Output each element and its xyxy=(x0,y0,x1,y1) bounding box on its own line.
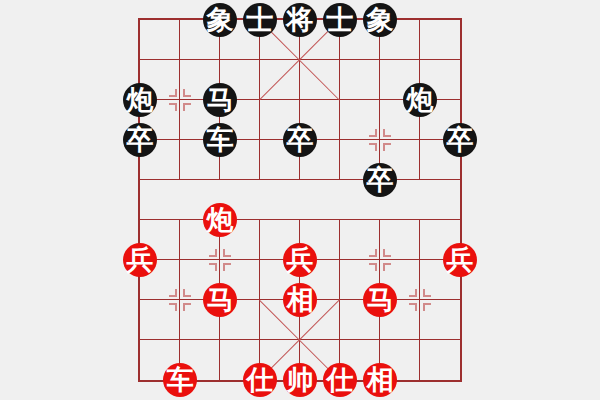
piece-black-pawn[interactable]: 卒 xyxy=(443,123,477,157)
piece-red-pawn[interactable]: 兵 xyxy=(123,243,157,277)
piece-red-chariot[interactable]: 车 xyxy=(163,363,197,397)
app-background: 象士将士象炮马炮卒车卒卒卒炮兵兵兵马相马车仕帅仕相 xyxy=(0,0,600,400)
piece-black-advisor[interactable]: 士 xyxy=(243,3,277,37)
piece-black-advisor[interactable]: 士 xyxy=(323,3,357,37)
board-cell xyxy=(340,60,380,100)
piece-red-pawn[interactable]: 兵 xyxy=(443,243,477,277)
board-cell xyxy=(340,220,380,260)
piece-black-pawn[interactable]: 卒 xyxy=(283,123,317,157)
piece-black-elephant[interactable]: 象 xyxy=(363,3,397,37)
piece-red-elephant[interactable]: 相 xyxy=(363,363,397,397)
piece-red-general[interactable]: 帅 xyxy=(283,363,317,397)
piece-black-elephant[interactable]: 象 xyxy=(203,3,237,37)
piece-black-chariot[interactable]: 车 xyxy=(203,123,237,157)
piece-red-horse[interactable]: 马 xyxy=(203,283,237,317)
board-grid xyxy=(140,20,460,380)
board-cell xyxy=(420,300,460,340)
board-cell xyxy=(380,220,420,260)
piece-red-elephant[interactable]: 相 xyxy=(283,283,317,317)
piece-red-pawn[interactable]: 兵 xyxy=(283,243,317,277)
piece-black-horse[interactable]: 马 xyxy=(203,83,237,117)
piece-black-cannon[interactable]: 炮 xyxy=(123,83,157,117)
board-cell xyxy=(140,300,180,340)
piece-black-cannon[interactable]: 炮 xyxy=(403,83,437,117)
piece-red-advisor[interactable]: 仕 xyxy=(243,363,277,397)
board-cell xyxy=(420,180,460,220)
piece-black-general[interactable]: 将 xyxy=(283,3,317,37)
board-cell xyxy=(300,180,340,220)
board-cell xyxy=(300,60,340,100)
board-cell xyxy=(340,100,380,140)
board-cell xyxy=(260,180,300,220)
piece-black-pawn[interactable]: 卒 xyxy=(123,123,157,157)
board-cell xyxy=(420,20,460,60)
board-cell xyxy=(140,180,180,220)
board-cell xyxy=(260,60,300,100)
piece-red-advisor[interactable]: 仕 xyxy=(323,363,357,397)
piece-black-pawn[interactable]: 卒 xyxy=(363,163,397,197)
xiangqi-board[interactable]: 象士将士象炮马炮卒车卒卒卒炮兵兵兵马相马车仕帅仕相 xyxy=(140,20,460,380)
piece-red-cannon[interactable]: 炮 xyxy=(203,203,237,237)
board-cell xyxy=(140,20,180,60)
board-cell xyxy=(420,340,460,380)
piece-red-horse[interactable]: 马 xyxy=(363,283,397,317)
